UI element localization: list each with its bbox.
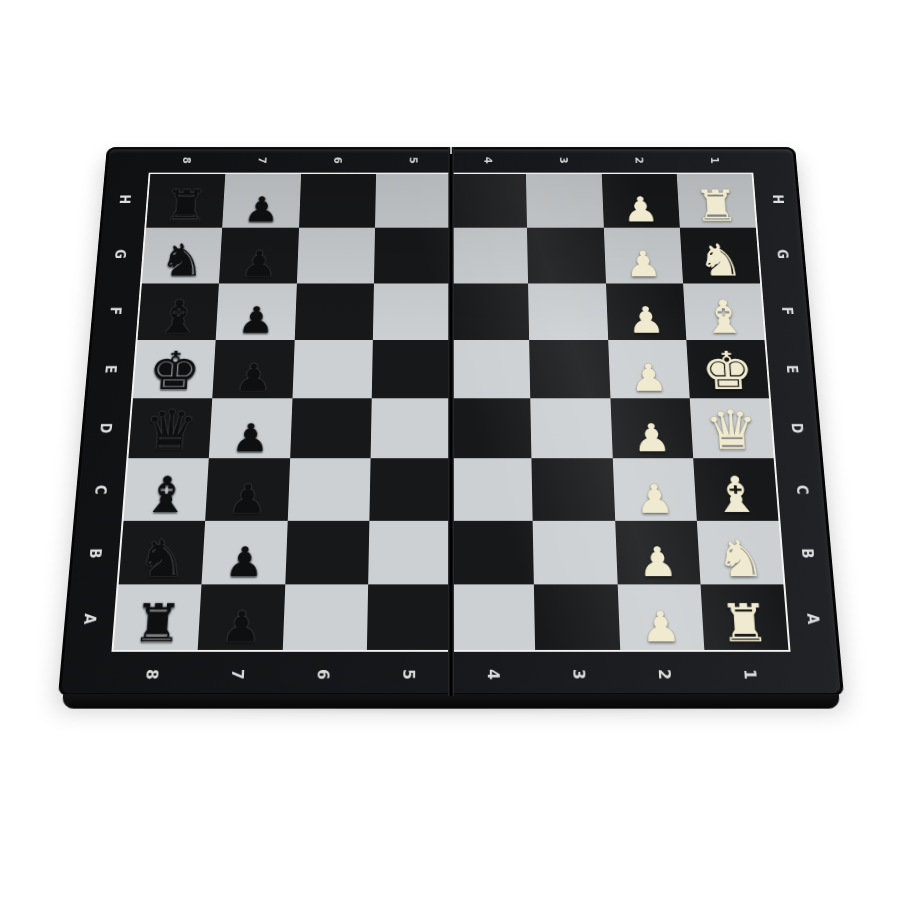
hinge-seam <box>448 147 454 696</box>
piece-black-pawn[interactable]: ♟ <box>220 608 262 648</box>
file-label-b: B <box>68 521 122 585</box>
square-b7[interactable]: ♟ <box>202 520 288 584</box>
square-f2[interactable]: ♟ <box>606 283 687 340</box>
piece-white-bishop[interactable]: ♝ <box>699 295 748 338</box>
square-c5[interactable] <box>369 458 451 520</box>
piece-black-knight[interactable]: ♞ <box>158 240 206 282</box>
square-b3[interactable] <box>533 520 617 584</box>
piece-black-queen[interactable]: ♛ <box>142 405 199 456</box>
piece-white-knight[interactable]: ♞ <box>696 240 744 282</box>
square-g6[interactable] <box>296 228 374 283</box>
square-e7[interactable]: ♟ <box>213 340 295 398</box>
rank-label-6: 6 <box>280 652 367 696</box>
square-c6[interactable] <box>287 458 370 520</box>
piece-white-queen[interactable]: ♛ <box>703 405 760 456</box>
file-label-c: C <box>74 459 127 521</box>
square-a3[interactable] <box>534 584 620 650</box>
square-g8[interactable]: ♞ <box>142 228 222 283</box>
square-b4[interactable] <box>451 520 534 584</box>
square-h6[interactable] <box>299 174 376 228</box>
file-label-a: A <box>785 586 840 652</box>
file-label-d: D <box>79 398 131 459</box>
square-f8[interactable]: ♝ <box>138 283 220 340</box>
square-e5[interactable] <box>372 340 451 398</box>
piece-white-pawn[interactable]: ♟ <box>629 361 668 397</box>
square-d7[interactable]: ♟ <box>209 398 292 458</box>
square-e4[interactable] <box>451 340 530 398</box>
square-g3[interactable] <box>527 228 605 283</box>
square-h1[interactable]: ♜ <box>676 174 755 228</box>
file-label-c: C <box>776 459 829 521</box>
rank-label-8: 8 <box>108 652 196 696</box>
piece-black-pawn[interactable]: ♟ <box>237 304 276 339</box>
piece-black-knight[interactable]: ♞ <box>136 534 188 582</box>
piece-black-pawn[interactable]: ♟ <box>230 420 270 457</box>
rank-label-8: 8 <box>149 147 226 172</box>
board-scene: HGFEDCBA HGFEDCBA 87654321 87654321 ♜♟♟♜… <box>58 50 844 696</box>
square-f5[interactable] <box>373 283 451 340</box>
square-b8[interactable]: ♞ <box>119 520 206 584</box>
square-a5[interactable] <box>367 584 451 650</box>
rank-label-2: 2 <box>601 147 678 172</box>
square-b1[interactable]: ♞ <box>697 520 784 584</box>
rank-label-3: 3 <box>526 147 602 172</box>
piece-white-pawn[interactable]: ♟ <box>632 420 672 457</box>
piece-black-pawn[interactable]: ♟ <box>234 361 273 397</box>
rank-label-2: 2 <box>621 652 708 696</box>
rank-label-4: 4 <box>451 652 537 696</box>
square-d8[interactable]: ♛ <box>128 398 212 458</box>
square-g2[interactable]: ♟ <box>603 228 682 283</box>
square-h2[interactable]: ♟ <box>601 174 679 228</box>
piece-black-bishop[interactable]: ♝ <box>141 472 192 519</box>
piece-black-pawn[interactable]: ♟ <box>224 543 265 582</box>
piece-black-king[interactable]: ♚ <box>147 347 203 397</box>
square-c2[interactable]: ♟ <box>612 458 696 520</box>
piece-white-rook[interactable]: ♜ <box>693 186 740 227</box>
square-d3[interactable] <box>530 398 612 458</box>
file-label-g: G <box>95 227 145 283</box>
rank-label-5: 5 <box>375 147 451 172</box>
square-f4[interactable] <box>451 283 529 340</box>
rank-label-7: 7 <box>224 147 301 172</box>
square-g4[interactable] <box>451 228 528 283</box>
square-g1[interactable]: ♞ <box>680 228 760 283</box>
square-e2[interactable]: ♟ <box>608 340 690 398</box>
square-c8[interactable]: ♝ <box>124 458 209 520</box>
square-b6[interactable] <box>285 520 369 584</box>
rank-label-3: 3 <box>536 652 623 696</box>
file-label-e: E <box>85 339 136 398</box>
square-d5[interactable] <box>370 398 451 458</box>
file-label-g: G <box>758 227 808 283</box>
square-h8[interactable]: ♜ <box>146 174 225 228</box>
file-label-a: A <box>62 586 117 652</box>
file-label-h: H <box>753 173 802 227</box>
square-e6[interactable] <box>292 340 373 398</box>
square-c1[interactable]: ♝ <box>693 458 778 520</box>
rank-label-5: 5 <box>365 652 451 696</box>
square-c4[interactable] <box>451 458 533 520</box>
piece-white-bishop[interactable]: ♝ <box>710 472 761 519</box>
rank-label-6: 6 <box>300 147 376 172</box>
square-e8[interactable]: ♚ <box>133 340 216 398</box>
square-d6[interactable] <box>290 398 372 458</box>
square-d1[interactable]: ♛ <box>689 398 773 458</box>
square-c3[interactable] <box>532 458 615 520</box>
piece-black-rook[interactable]: ♜ <box>131 598 184 648</box>
square-h4[interactable] <box>451 174 527 228</box>
piece-white-pawn[interactable]: ♟ <box>635 481 675 519</box>
square-a4[interactable] <box>451 584 535 650</box>
piece-white-knight[interactable]: ♞ <box>714 534 766 582</box>
file-label-b: B <box>780 521 834 585</box>
file-label-f: F <box>90 282 140 339</box>
rank-label-1: 1 <box>676 147 753 172</box>
piece-white-rook[interactable]: ♜ <box>718 598 771 648</box>
square-f1[interactable]: ♝ <box>683 283 765 340</box>
piece-white-pawn[interactable]: ♟ <box>637 543 678 582</box>
piece-black-pawn[interactable]: ♟ <box>227 481 267 519</box>
piece-black-pawn[interactable]: ♟ <box>240 248 278 282</box>
piece-white-king[interactable]: ♚ <box>700 347 756 397</box>
file-label-d: D <box>771 398 823 459</box>
square-g7[interactable]: ♟ <box>219 228 298 283</box>
piece-white-pawn[interactable]: ♟ <box>627 304 666 339</box>
piece-black-bishop[interactable]: ♝ <box>154 295 203 338</box>
photo-background: HGFEDCBA HGFEDCBA 87654321 87654321 ♜♟♟♜… <box>0 0 900 900</box>
rank-label-7: 7 <box>194 652 281 696</box>
square-h5[interactable] <box>375 174 451 228</box>
square-c7[interactable]: ♟ <box>205 458 289 520</box>
square-a2[interactable]: ♟ <box>617 584 704 650</box>
square-e3[interactable] <box>529 340 610 398</box>
rank-label-4: 4 <box>451 147 527 172</box>
file-label-e: E <box>766 339 817 398</box>
square-h7[interactable]: ♟ <box>222 174 300 228</box>
file-label-f: F <box>762 282 812 339</box>
piece-black-rook[interactable]: ♜ <box>162 186 209 227</box>
chess-board: HGFEDCBA HGFEDCBA 87654321 87654321 ♜♟♟♜… <box>58 147 844 696</box>
square-e1[interactable]: ♚ <box>686 340 769 398</box>
file-label-h: H <box>100 173 149 227</box>
piece-white-pawn[interactable]: ♟ <box>622 193 659 226</box>
square-a6[interactable] <box>282 584 368 650</box>
piece-white-pawn[interactable]: ♟ <box>624 248 662 282</box>
square-f3[interactable] <box>528 283 607 340</box>
piece-black-pawn[interactable]: ♟ <box>243 193 280 226</box>
square-a7[interactable]: ♟ <box>198 584 285 650</box>
square-f6[interactable] <box>294 283 373 340</box>
square-b2[interactable]: ♟ <box>615 520 701 584</box>
square-g5[interactable] <box>374 228 451 283</box>
square-h3[interactable] <box>526 174 603 228</box>
square-f7[interactable]: ♟ <box>216 283 297 340</box>
square-a1[interactable]: ♜ <box>700 584 788 650</box>
square-d4[interactable] <box>451 398 532 458</box>
square-a8[interactable]: ♜ <box>114 584 202 650</box>
square-b5[interactable] <box>368 520 451 584</box>
square-d2[interactable]: ♟ <box>610 398 693 458</box>
piece-white-pawn[interactable]: ♟ <box>640 608 682 648</box>
rank-label-1: 1 <box>706 652 794 696</box>
